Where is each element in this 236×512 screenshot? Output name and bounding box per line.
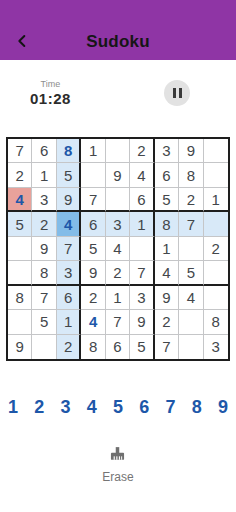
cell-r2c6[interactable]: 4 (130, 163, 154, 187)
cell-r6c8[interactable]: 5 (179, 261, 203, 285)
cell-r7c8[interactable]: 4 (179, 286, 203, 310)
cell-r2c2[interactable]: 1 (32, 163, 56, 187)
cell-r6c3[interactable]: 3 (57, 261, 81, 285)
cell-r4c3[interactable]: 4 (57, 212, 81, 236)
cell-r3c7[interactable]: 5 (155, 188, 179, 212)
cell-r1c4[interactable]: 1 (81, 139, 105, 163)
cell-r8c4[interactable]: 4 (81, 310, 105, 334)
sudoku-board: 7681239215946843976521524631879754128392… (6, 137, 230, 361)
cell-r4c9[interactable] (204, 212, 228, 236)
cell-r8c2[interactable]: 5 (32, 310, 56, 334)
pad-digit-3[interactable]: 3 (57, 397, 75, 418)
timer-label: Time (30, 79, 71, 89)
cell-r8c8[interactable] (179, 310, 203, 334)
pad-digit-9[interactable]: 9 (214, 397, 232, 418)
cell-r2c9[interactable] (204, 163, 228, 187)
cell-r3c1[interactable]: 4 (8, 188, 32, 212)
brush-icon (107, 446, 128, 467)
pause-icon (173, 88, 182, 98)
cell-r6c6[interactable]: 7 (130, 261, 154, 285)
cell-r3c8[interactable]: 2 (179, 188, 203, 212)
pad-digit-2[interactable]: 2 (30, 397, 48, 418)
cell-r8c6[interactable]: 9 (130, 310, 154, 334)
cell-r5c1[interactable] (8, 237, 32, 261)
cell-r7c5[interactable]: 1 (106, 286, 130, 310)
cell-r9c3[interactable]: 2 (57, 335, 81, 359)
cell-r6c1[interactable] (8, 261, 32, 285)
cell-r1c8[interactable]: 9 (179, 139, 203, 163)
cell-r7c1[interactable]: 8 (8, 286, 32, 310)
cell-r1c3[interactable]: 8 (57, 139, 81, 163)
cell-r1c9[interactable] (204, 139, 228, 163)
cell-r1c5[interactable] (106, 139, 130, 163)
cell-r5c4[interactable]: 5 (81, 237, 105, 261)
cell-r6c2[interactable]: 8 (32, 261, 56, 285)
pad-digit-1[interactable]: 1 (4, 397, 22, 418)
cell-r6c4[interactable]: 9 (81, 261, 105, 285)
cell-r3c5[interactable] (106, 188, 130, 212)
cell-r5c9[interactable]: 2 (204, 237, 228, 261)
cell-r4c4[interactable]: 6 (81, 212, 105, 236)
cell-r1c6[interactable]: 2 (130, 139, 154, 163)
cell-r9c9[interactable]: 3 (204, 335, 228, 359)
cell-r9c5[interactable]: 6 (106, 335, 130, 359)
number-pad: 123456789 (0, 397, 236, 418)
pad-digit-5[interactable]: 5 (109, 397, 127, 418)
cell-r5c8[interactable] (179, 237, 203, 261)
cell-r3c9[interactable]: 1 (204, 188, 228, 212)
cell-r3c4[interactable]: 7 (81, 188, 105, 212)
cell-r8c1[interactable] (8, 310, 32, 334)
cell-r5c3[interactable]: 7 (57, 237, 81, 261)
pad-digit-4[interactable]: 4 (83, 397, 101, 418)
erase-button[interactable]: Erase (102, 446, 133, 484)
timer-value: 01:28 (30, 90, 71, 107)
cell-r5c5[interactable]: 4 (106, 237, 130, 261)
cell-r8c9[interactable]: 8 (204, 310, 228, 334)
cell-r9c4[interactable]: 8 (81, 335, 105, 359)
cell-r2c7[interactable]: 6 (155, 163, 179, 187)
cell-r3c3[interactable]: 9 (57, 188, 81, 212)
cell-r4c8[interactable]: 7 (179, 212, 203, 236)
pad-digit-6[interactable]: 6 (135, 397, 153, 418)
cell-r4c6[interactable]: 1 (130, 212, 154, 236)
sudoku-app: Sudoku Time 01:28 7681239215946843976521… (0, 0, 236, 512)
app-bar: Sudoku (0, 0, 236, 60)
cell-r6c5[interactable]: 2 (106, 261, 130, 285)
cell-r6c9[interactable] (204, 261, 228, 285)
cell-r2c8[interactable]: 8 (179, 163, 203, 187)
pause-button[interactable] (164, 80, 190, 106)
cell-r7c2[interactable]: 7 (32, 286, 56, 310)
cell-r9c2[interactable] (32, 335, 56, 359)
cell-r2c1[interactable]: 2 (8, 163, 32, 187)
cell-r6c7[interactable]: 4 (155, 261, 179, 285)
cell-r3c2[interactable]: 3 (32, 188, 56, 212)
cell-r4c7[interactable]: 8 (155, 212, 179, 236)
cell-r9c1[interactable]: 9 (8, 335, 32, 359)
cell-r2c4[interactable] (81, 163, 105, 187)
cell-r4c1[interactable]: 5 (8, 212, 32, 236)
cell-r7c3[interactable]: 6 (57, 286, 81, 310)
cell-r2c3[interactable]: 5 (57, 163, 81, 187)
cell-r9c7[interactable]: 7 (155, 335, 179, 359)
cell-r8c3[interactable]: 1 (57, 310, 81, 334)
cell-r4c5[interactable]: 3 (106, 212, 130, 236)
cell-r7c6[interactable]: 3 (130, 286, 154, 310)
cell-r1c1[interactable]: 7 (8, 139, 32, 163)
cell-r5c7[interactable]: 1 (155, 237, 179, 261)
cell-r7c9[interactable] (204, 286, 228, 310)
cell-r5c2[interactable]: 9 (32, 237, 56, 261)
cell-r2c5[interactable]: 9 (106, 163, 130, 187)
pad-digit-8[interactable]: 8 (188, 397, 206, 418)
cell-r1c2[interactable]: 6 (32, 139, 56, 163)
cell-r8c7[interactable]: 2 (155, 310, 179, 334)
timer-bar: Time 01:28 (0, 60, 236, 109)
timer: Time 01:28 (30, 79, 71, 107)
cell-r5c6[interactable] (130, 237, 154, 261)
cell-r8c5[interactable]: 7 (106, 310, 130, 334)
page-title: Sudoku (0, 32, 236, 52)
cell-r7c7[interactable]: 9 (155, 286, 179, 310)
erase-label: Erase (102, 470, 133, 484)
pad-digit-7[interactable]: 7 (162, 397, 180, 418)
cell-r4c2[interactable]: 2 (32, 212, 56, 236)
cell-r3c6[interactable]: 6 (130, 188, 154, 212)
cell-r7c4[interactable]: 2 (81, 286, 105, 310)
cell-r1c7[interactable]: 3 (155, 139, 179, 163)
cell-r9c8[interactable] (179, 335, 203, 359)
cell-r9c6[interactable]: 5 (130, 335, 154, 359)
